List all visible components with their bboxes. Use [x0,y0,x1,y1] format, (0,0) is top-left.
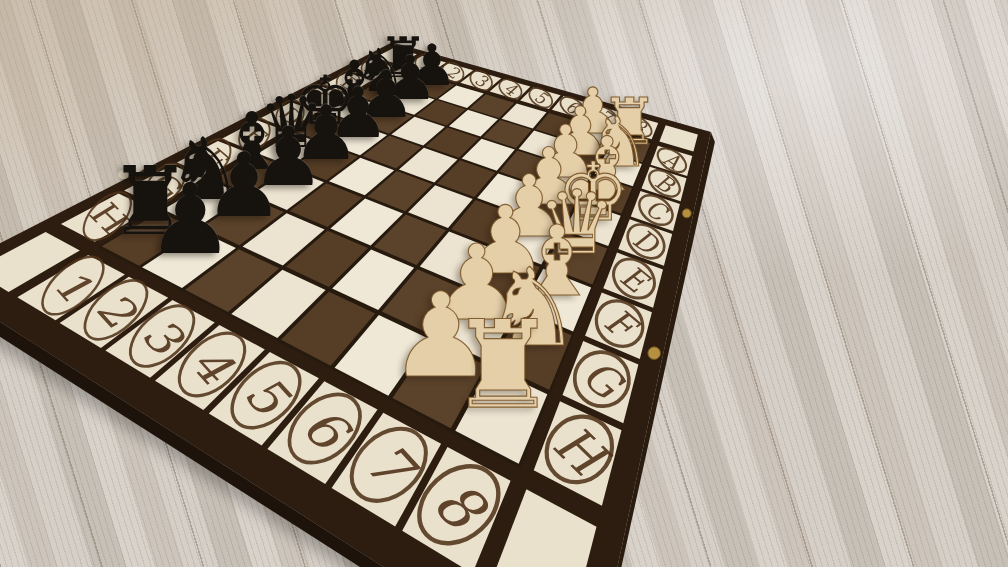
brass-hinge-1 [682,209,691,218]
brass-hinge-2 [648,347,661,360]
chess-piece-black-pawn-H2[interactable]: ♟ [147,171,235,269]
chess-piece-white-rook-H8[interactable]: ♜ [449,305,558,427]
photo-scene: 1122334455667788AABBCCDDEEFFGGHH ♜♞♝♚♛♝♞… [0,0,1008,567]
